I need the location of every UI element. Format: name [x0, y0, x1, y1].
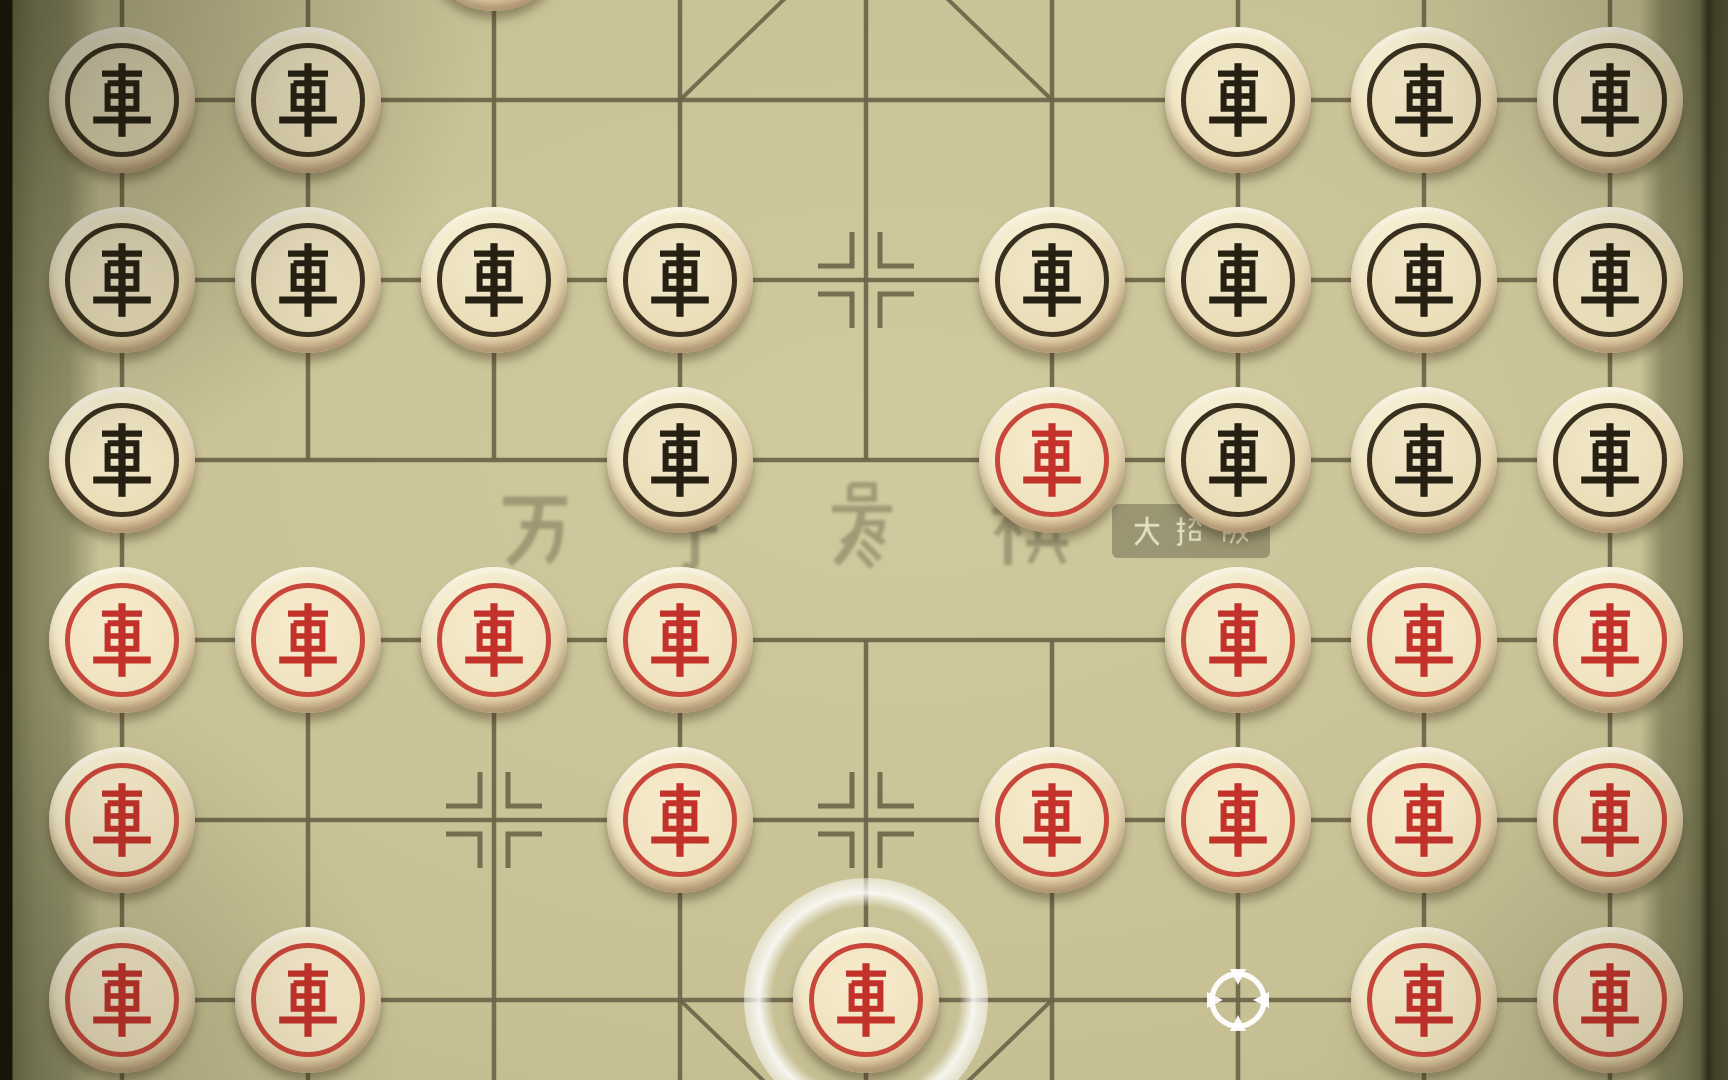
- target-reticle-icon: [0, 0, 1728, 1080]
- xiangqi-board[interactable]: [0, 0, 1728, 1080]
- overlay-layer: [0, 0, 1728, 1080]
